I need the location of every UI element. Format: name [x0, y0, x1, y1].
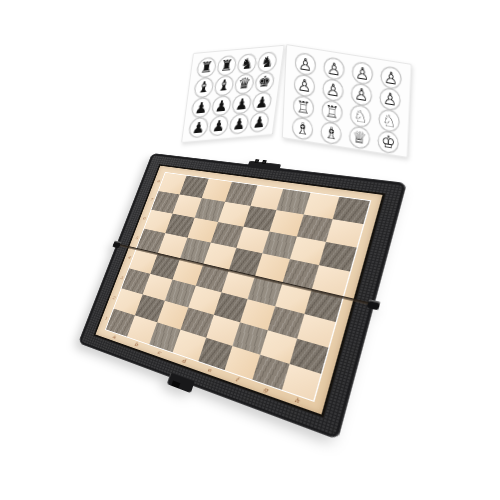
- token-white-b-r3c1: ♗: [320, 121, 342, 146]
- white-p-piece-icon: ♙: [298, 55, 313, 74]
- black-b-piece-icon: ♝: [197, 80, 211, 96]
- white-k-piece-icon: ♔: [381, 133, 396, 152]
- white-p-piece-icon: ♙: [354, 85, 369, 104]
- token-white-q-r3c2: ♕: [349, 125, 371, 150]
- white-b-piece-icon: ♗: [295, 119, 310, 138]
- token-white-n-r2c3: ♘: [378, 108, 400, 133]
- black-p-piece-icon: ♟: [255, 94, 269, 110]
- token-white-p-r0c1: ♙: [323, 56, 345, 81]
- token-black-p-r2c3: ♟: [251, 91, 272, 113]
- black-p-piece-icon: ♟: [191, 120, 205, 136]
- token-black-b-r1c1: ♝: [214, 75, 235, 97]
- token-black-p-r3c3: ♟: [249, 111, 270, 133]
- white-p-piece-icon: ♙: [297, 76, 312, 95]
- token-white-p-r1c1: ♙: [322, 78, 344, 103]
- black-n-piece-icon: ♞: [260, 54, 274, 70]
- black-p-piece-icon: ♟: [232, 116, 246, 132]
- black-p-piece-icon: ♟: [214, 98, 228, 114]
- folding-chessboard: abcdefgh 87654321: [78, 153, 407, 440]
- token-black-p-r3c2: ♟: [228, 113, 249, 135]
- black-k-piece-icon: ♚: [257, 74, 271, 90]
- token-black-r-r0c0: ♜: [196, 57, 217, 79]
- chess-set-product-photo: ♙♙♙♙♙♙♙♙♖♖♘♘♗♗♕♔ ♜♜♞♞♝♝♛♚♟♟♟♟♟♟♟♟ abcdef…: [0, 0, 500, 500]
- token-black-n-r0c2: ♞: [236, 53, 257, 75]
- token-white-n-r2c2: ♘: [350, 104, 372, 129]
- token-black-n-r0c3: ♞: [257, 51, 278, 73]
- white-p-piece-icon: ♙: [326, 81, 341, 100]
- board-squares: [106, 173, 370, 401]
- token-white-p-r0c0: ♙: [295, 52, 317, 77]
- board-frame: abcdefgh 87654321: [78, 153, 407, 440]
- token-black-k-r1c3: ♚: [254, 71, 275, 93]
- token-white-b-r3c0: ♗: [292, 116, 314, 141]
- board-wooden-border: abcdefgh 87654321: [96, 166, 383, 415]
- white-n-piece-icon: ♘: [382, 111, 397, 130]
- token-black-p-r3c1: ♟: [208, 115, 229, 137]
- token-black-r-r0c1: ♜: [216, 55, 237, 77]
- white-p-piece-icon: ♙: [384, 68, 399, 87]
- piece-sheet-white: ♙♙♙♙♙♙♙♙♖♖♘♘♗♗♕♔: [282, 44, 412, 158]
- token-white-k-r3c3: ♔: [377, 130, 399, 155]
- black-r-piece-icon: ♜: [220, 58, 234, 74]
- black-n-piece-icon: ♞: [240, 56, 254, 72]
- white-q-piece-icon: ♕: [352, 128, 367, 147]
- black-r-piece-icon: ♜: [199, 60, 213, 76]
- white-p-piece-icon: ♙: [355, 64, 370, 83]
- sheet-white-tokens: ♙♙♙♙♙♙♙♙♖♖♘♘♗♗♕♔: [283, 45, 411, 157]
- token-white-r-r2c1: ♖: [321, 99, 343, 124]
- white-p-piece-icon: ♙: [383, 90, 398, 109]
- token-white-p-r1c0: ♙: [294, 73, 316, 98]
- black-p-piece-icon: ♟: [212, 118, 226, 134]
- black-p-piece-icon: ♟: [234, 96, 248, 112]
- token-white-p-r0c3: ♙: [380, 65, 402, 90]
- token-black-p-r2c0: ♟: [191, 97, 212, 119]
- board-grid-outline: [105, 172, 371, 402]
- black-q-piece-icon: ♛: [237, 76, 251, 92]
- token-black-b-r1c0: ♝: [193, 77, 214, 99]
- token-black-p-r2c1: ♟: [211, 95, 232, 117]
- white-r-piece-icon: ♖: [296, 98, 311, 117]
- token-white-r-r2c0: ♖: [293, 95, 315, 120]
- piece-sheet-black: ♜♜♞♞♝♝♛♚♟♟♟♟♟♟♟♟: [181, 45, 285, 143]
- white-r-piece-icon: ♖: [325, 102, 340, 121]
- token-white-p-r1c3: ♙: [379, 87, 401, 112]
- token-black-p-r3c0: ♟: [188, 117, 209, 139]
- white-p-piece-icon: ♙: [327, 59, 342, 78]
- white-n-piece-icon: ♘: [353, 107, 368, 126]
- token-black-q-r1c2: ♛: [234, 73, 255, 95]
- sheet-black-tokens: ♜♜♞♞♝♝♛♚♟♟♟♟♟♟♟♟: [182, 46, 284, 142]
- token-black-p-r2c2: ♟: [231, 93, 252, 115]
- white-b-piece-icon: ♗: [324, 124, 339, 143]
- black-p-piece-icon: ♟: [252, 114, 266, 130]
- token-white-p-r0c2: ♙: [352, 61, 374, 86]
- token-white-p-r1c2: ♙: [351, 82, 373, 107]
- black-b-piece-icon: ♝: [217, 78, 231, 94]
- black-p-piece-icon: ♟: [194, 100, 208, 116]
